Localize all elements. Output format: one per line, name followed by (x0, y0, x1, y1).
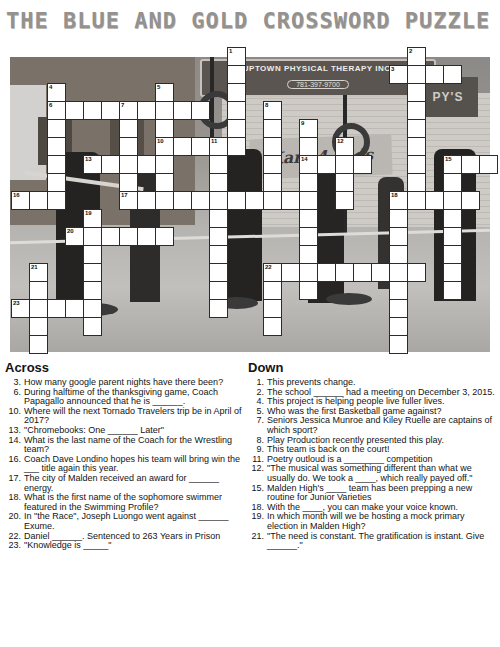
grid-cell[interactable] (299, 227, 318, 246)
grid-cell[interactable]: 18 (389, 191, 408, 210)
grid-cell[interactable]: 12 (335, 137, 354, 156)
grid-cell[interactable] (389, 281, 408, 300)
grid-cell[interactable] (443, 173, 462, 192)
grid-cell[interactable] (281, 191, 300, 210)
grid-cell[interactable] (425, 65, 444, 84)
grid-cell[interactable] (443, 65, 462, 84)
cell-number: 12 (337, 138, 344, 145)
grid-cell[interactable] (317, 263, 336, 282)
grid-cell[interactable] (263, 137, 282, 156)
grid-cell[interactable] (389, 335, 408, 354)
grid-cell[interactable] (101, 155, 120, 174)
grid-cell[interactable]: 5 (155, 83, 174, 102)
grid-cell[interactable] (173, 137, 192, 156)
cell-number: 6 (49, 102, 52, 109)
grid-cell[interactable] (407, 155, 426, 174)
grid-cell[interactable] (155, 227, 174, 246)
grid-cell[interactable] (263, 173, 282, 192)
grid-cell[interactable] (137, 191, 156, 210)
grid-cell[interactable] (119, 155, 138, 174)
cell-number: 18 (391, 192, 398, 199)
grid-cell[interactable] (209, 245, 228, 264)
grid-cell[interactable] (47, 137, 66, 156)
grid-cell[interactable]: 9 (299, 119, 318, 138)
grid-cell[interactable] (353, 155, 372, 174)
grid-cell[interactable]: 10 (155, 137, 174, 156)
grid-cell[interactable] (389, 317, 408, 336)
grid-cell[interactable] (155, 119, 174, 138)
grid-cell[interactable]: 23 (11, 299, 30, 318)
grid-cell[interactable] (335, 191, 354, 210)
grid-cell[interactable] (335, 263, 354, 282)
grid-cell[interactable] (299, 209, 318, 228)
grid-cell[interactable] (299, 173, 318, 192)
cell-number: 1 (229, 48, 232, 55)
grid-cell[interactable] (29, 191, 48, 210)
grid-cell[interactable] (173, 191, 192, 210)
grid-cell[interactable] (263, 317, 282, 336)
grid-cell[interactable] (119, 173, 138, 192)
grid-cell[interactable]: 20 (65, 227, 84, 246)
grid-cell[interactable] (281, 263, 300, 282)
grid-cell[interactable] (83, 299, 102, 318)
grid-cell[interactable] (101, 227, 120, 246)
grid-cell[interactable] (461, 155, 480, 174)
grid-cell[interactable] (137, 101, 156, 120)
grid-cell[interactable] (407, 119, 426, 138)
grid-cell[interactable] (119, 227, 138, 246)
grid-cell[interactable] (299, 245, 318, 264)
cell-number: 17 (121, 192, 128, 199)
grid-cell[interactable] (263, 299, 282, 318)
grid-cell[interactable]: 16 (11, 191, 30, 210)
grid-cell[interactable] (461, 191, 480, 210)
grid-cell[interactable]: 4 (47, 83, 66, 102)
grid-cell[interactable]: 2 (407, 47, 426, 66)
grid-cell[interactable] (299, 137, 318, 156)
grid-cell[interactable] (119, 119, 138, 138)
grid-cell[interactable]: 11 (209, 137, 228, 156)
grid-cell[interactable]: 22 (263, 263, 282, 282)
cell-number: 9 (301, 120, 304, 127)
cell-number: 22 (265, 264, 272, 271)
grid-cell[interactable] (425, 191, 444, 210)
grid-cell[interactable] (443, 227, 462, 246)
grid-cell[interactable]: 6 (47, 101, 66, 120)
grid-cell[interactable] (29, 317, 48, 336)
grid-cell[interactable]: 8 (263, 101, 282, 120)
grid-cell[interactable] (227, 137, 246, 156)
cell-number: 14 (301, 156, 308, 163)
cell-number: 11 (211, 138, 217, 145)
cell-number: 2 (409, 48, 412, 55)
grid-cell[interactable] (263, 119, 282, 138)
grid-cell[interactable] (353, 263, 372, 282)
cell-number: 15 (445, 156, 452, 163)
cell-number: 8 (265, 102, 268, 109)
grid-cell[interactable] (389, 209, 408, 228)
grid-cell[interactable] (155, 191, 174, 210)
grid-cell[interactable] (389, 227, 408, 246)
grid-cell[interactable] (443, 191, 462, 210)
grid-cell[interactable]: 13 (83, 155, 102, 174)
grid-cell[interactable] (371, 263, 390, 282)
grid-cell[interactable] (209, 191, 228, 210)
grid-cell[interactable] (47, 155, 66, 174)
grid-cell[interactable] (101, 101, 120, 120)
grid-cell[interactable]: 3 (389, 65, 408, 84)
grid-cell[interactable] (407, 83, 426, 102)
grid-cell[interactable] (83, 101, 102, 120)
grid-cell[interactable]: 7 (119, 101, 138, 120)
crossword-grid: 1234567891011121314151617181920212223 (0, 0, 500, 647)
grid-cell[interactable] (137, 155, 156, 174)
grid-cell[interactable] (119, 137, 138, 156)
grid-cell[interactable]: 15 (443, 155, 462, 174)
grid-cell[interactable] (173, 101, 192, 120)
grid-cell[interactable] (209, 227, 228, 246)
grid-cell[interactable] (209, 281, 228, 300)
grid-cell[interactable] (65, 101, 84, 120)
cell-number: 23 (13, 300, 20, 307)
grid-cell[interactable] (47, 299, 66, 318)
grid-cell[interactable] (245, 191, 264, 210)
grid-cell[interactable] (29, 281, 48, 300)
grid-cell[interactable] (407, 173, 426, 192)
grid-cell[interactable] (83, 281, 102, 300)
grid-cell[interactable] (47, 191, 66, 210)
cell-number: 5 (157, 84, 160, 91)
grid-cell[interactable]: 17 (119, 191, 138, 210)
grid-cell[interactable] (389, 245, 408, 264)
grid-cell[interactable]: 14 (299, 155, 318, 174)
cell-number: 7 (121, 102, 124, 109)
grid-cell[interactable] (335, 155, 354, 174)
grid-cell[interactable] (29, 335, 48, 354)
grid-cell[interactable] (209, 299, 228, 318)
grid-cell[interactable] (227, 101, 246, 120)
grid-cell[interactable] (335, 173, 354, 192)
grid-cell[interactable] (191, 101, 210, 120)
grid-cell[interactable] (29, 299, 48, 318)
grid-cell[interactable] (209, 263, 228, 282)
grid-cell[interactable] (137, 227, 156, 246)
grid-cell[interactable] (83, 317, 102, 336)
grid-cell[interactable] (479, 155, 498, 174)
grid-cell[interactable] (83, 263, 102, 282)
grid-cell[interactable] (227, 191, 246, 210)
grid-cell[interactable] (209, 155, 228, 174)
grid-cell[interactable] (191, 137, 210, 156)
grid-cell[interactable] (407, 263, 426, 282)
grid-cell[interactable] (443, 209, 462, 228)
grid-cell[interactable] (191, 191, 210, 210)
grid-cell[interactable] (209, 173, 228, 192)
grid-cell[interactable] (263, 155, 282, 174)
cell-number: 10 (157, 138, 164, 145)
grid-cell[interactable] (389, 263, 408, 282)
grid-cell[interactable] (407, 137, 426, 156)
grid-cell[interactable] (155, 101, 174, 120)
grid-cell[interactable] (155, 173, 174, 192)
grid-cell[interactable] (443, 281, 462, 300)
grid-cell[interactable] (263, 191, 282, 210)
grid-cell[interactable] (299, 281, 318, 300)
puzzle-page: THE BLUE AND GOLD CROSSWORD PUZZLE UPTOW… (0, 0, 500, 647)
grid-cell[interactable] (47, 119, 66, 138)
cell-number: 21 (31, 264, 38, 271)
cell-number: 3 (391, 66, 394, 73)
grid-cell[interactable]: 21 (29, 263, 48, 282)
grid-cell[interactable] (227, 119, 246, 138)
grid-cell[interactable] (443, 263, 462, 282)
cell-number: 4 (49, 84, 52, 91)
grid-cell[interactable] (317, 155, 336, 174)
grid-cell[interactable] (83, 227, 102, 246)
grid-cell[interactable] (65, 299, 84, 318)
grid-cell[interactable] (299, 263, 318, 282)
cell-number: 19 (85, 210, 92, 217)
cell-number: 16 (13, 192, 20, 199)
grid-cell[interactable]: 1 (227, 47, 246, 66)
cell-number: 13 (85, 156, 92, 163)
grid-cell[interactable] (209, 209, 228, 228)
grid-cell[interactable] (155, 155, 174, 174)
grid-cell[interactable] (443, 245, 462, 264)
grid-cell[interactable] (47, 173, 66, 192)
grid-cell[interactable]: 19 (83, 209, 102, 228)
grid-cell[interactable] (227, 83, 246, 102)
grid-cell[interactable] (83, 245, 102, 264)
grid-cell[interactable] (227, 65, 246, 84)
grid-cell[interactable] (407, 191, 426, 210)
grid-cell[interactable] (299, 191, 318, 210)
cell-number: 20 (67, 228, 74, 235)
grid-cell[interactable] (407, 65, 426, 84)
grid-cell[interactable] (263, 281, 282, 300)
grid-cell[interactable] (389, 299, 408, 318)
grid-cell[interactable] (407, 101, 426, 120)
